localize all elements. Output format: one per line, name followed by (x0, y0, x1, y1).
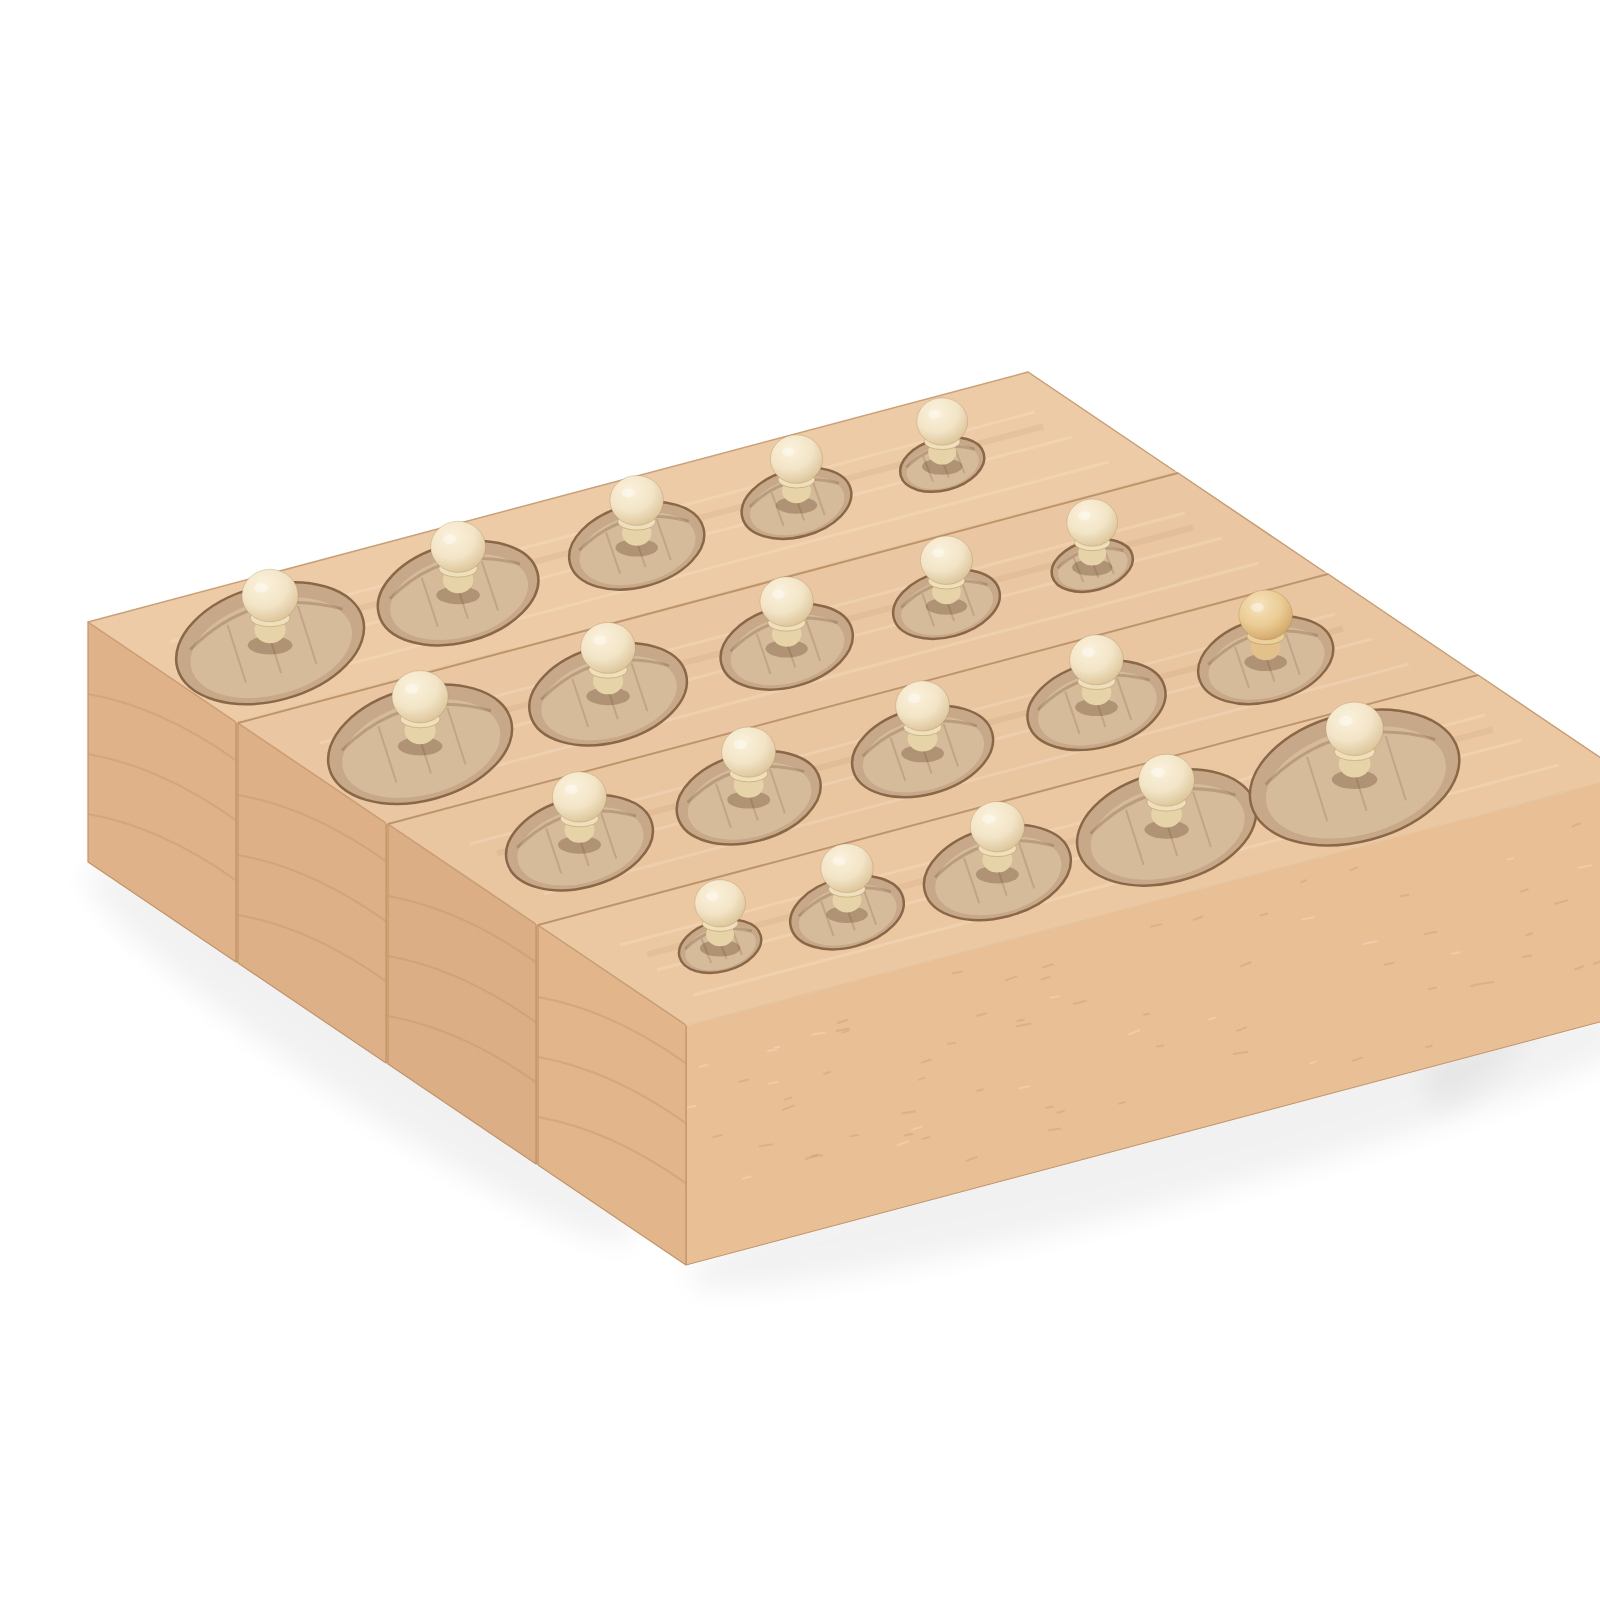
knob-highlight (928, 410, 940, 419)
knob-ball (917, 398, 968, 445)
knob (392, 671, 448, 756)
knob-ball (1070, 635, 1124, 685)
front-grain-speckle (1144, 1014, 1149, 1015)
knob-highlight (1082, 648, 1095, 657)
knob-highlight (443, 534, 456, 543)
knob-ball (821, 844, 873, 893)
knob-ball (760, 577, 813, 627)
knob (1326, 702, 1384, 789)
front-grain-speckle (812, 1155, 822, 1156)
knob-highlight (932, 549, 945, 558)
front-grain-speckle (948, 1043, 955, 1044)
knob-highlight (1339, 716, 1353, 726)
knob-ball (392, 671, 448, 723)
knob (1239, 590, 1293, 671)
knob-ball (552, 772, 606, 822)
knob-ball (695, 880, 746, 927)
front-grain-speckle (688, 1106, 696, 1107)
front-grain-speckle (1508, 858, 1513, 859)
knob-ball (1326, 702, 1384, 756)
knob (431, 521, 486, 604)
front-grain-speckle (1051, 996, 1059, 997)
knob-highlight (982, 815, 995, 824)
knob (581, 622, 636, 705)
knob-ball (896, 681, 950, 731)
front-grain-speckle (774, 1047, 779, 1048)
knob-ball (1239, 590, 1293, 640)
knob (896, 681, 950, 762)
knob-ball (770, 435, 822, 484)
knob-highlight (1251, 603, 1264, 612)
knob (1067, 499, 1118, 576)
knob-highlight (405, 684, 419, 694)
knob (552, 772, 606, 854)
knob-highlight (833, 856, 846, 865)
knob-highlight (593, 636, 606, 645)
knob (970, 801, 1024, 883)
front-grain-speckle (768, 1050, 776, 1051)
product-photo-svg (0, 0, 1600, 1600)
knob-ball (431, 521, 486, 572)
front-grain-speckle (1046, 1107, 1052, 1108)
knob (1139, 754, 1195, 838)
front-grain-speckle (905, 1134, 913, 1135)
knob (242, 569, 298, 654)
knob-highlight (255, 583, 269, 593)
knob-highlight (622, 488, 635, 497)
knob-ball (581, 622, 636, 673)
knob-highlight (772, 590, 785, 599)
knob (770, 435, 822, 514)
knob (917, 398, 968, 475)
knob-highlight (734, 740, 747, 749)
front-grain-speckle (977, 1090, 982, 1091)
knob-ball (1067, 499, 1118, 546)
knob-highlight (1078, 511, 1090, 520)
knob (610, 476, 664, 557)
knob-ball (242, 569, 298, 622)
page: { "game": "montessori-knobbed-cylinder-b… (0, 0, 1600, 1600)
front-grain-speckle (1452, 952, 1460, 953)
knob (760, 577, 813, 658)
knob-highlight (908, 694, 921, 703)
knob (821, 844, 873, 923)
knob-highlight (1151, 768, 1165, 778)
front-grain-speckle (1157, 1045, 1163, 1046)
knob-ball (610, 476, 664, 526)
knob (695, 880, 746, 957)
knob-highlight (782, 447, 795, 456)
knob-ball (1139, 754, 1195, 806)
knob-ball (722, 727, 776, 777)
knob (920, 536, 972, 615)
front-grain-speckle (1018, 1020, 1024, 1021)
front-grain-speckle (851, 1135, 859, 1136)
knob-ball (920, 536, 972, 584)
knob (1070, 635, 1124, 716)
montessori-cylinder-blocks-photo (0, 0, 1600, 1600)
knob-ball (970, 801, 1024, 851)
knob-highlight (706, 892, 718, 901)
knob-highlight (565, 785, 578, 794)
knob (722, 727, 776, 809)
